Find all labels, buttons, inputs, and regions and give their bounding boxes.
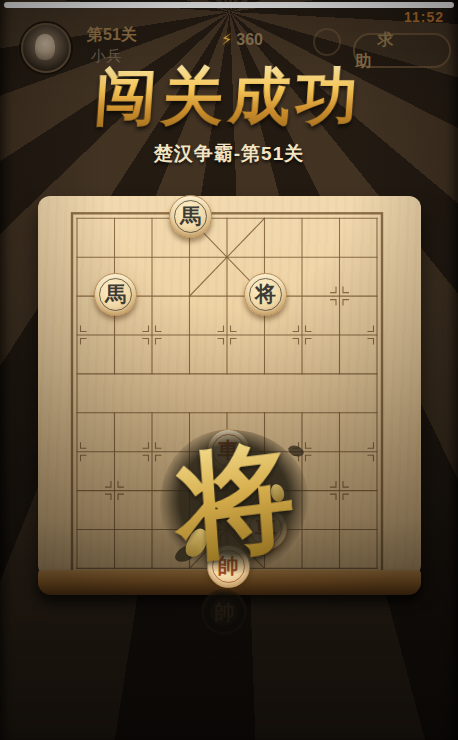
piece-glyph: 馬	[180, 206, 201, 227]
avatar-face-icon	[35, 34, 55, 60]
piece-glyph: 車	[218, 440, 239, 461]
piece-glyph: 車	[255, 518, 276, 539]
piece-black-general[interactable]: 将	[244, 273, 287, 316]
energy-counter: ⚡ 360	[221, 30, 263, 49]
ghost-piece-shuai: 帥	[201, 589, 247, 635]
piece-glyph: 帥	[218, 556, 239, 577]
piece-red-chariot-b[interactable]: 車	[244, 507, 287, 550]
piece-red-general[interactable]: 帥	[207, 545, 250, 588]
level-subtitle: 楚汉争霸-第51关	[0, 141, 458, 167]
board-grid	[38, 196, 421, 577]
energy-value: 360	[236, 31, 263, 49]
lightning-icon: ⚡	[221, 30, 232, 49]
clock: 11:52	[404, 9, 444, 25]
status-bar-strip	[4, 2, 454, 8]
add-energy-icon[interactable]	[313, 28, 341, 56]
success-title: 闯关成功	[0, 62, 458, 132]
piece-red-chariot-a[interactable]: 車	[207, 429, 250, 472]
level-badge: 第51关	[87, 25, 137, 46]
piece-glyph: 馬	[105, 284, 126, 305]
piece-black-horse-b[interactable]: 馬	[94, 273, 137, 316]
piece-glyph: 将	[255, 284, 276, 305]
app-screen: 11:52 第51关 小兵 ⚡ 360 求助 闯关成功 楚汉争霸-第51关 馬馬…	[0, 0, 458, 740]
ghost-piece-shadow	[203, 640, 245, 682]
xiangqi-board[interactable]: 馬馬将車車帥 将	[38, 196, 421, 577]
